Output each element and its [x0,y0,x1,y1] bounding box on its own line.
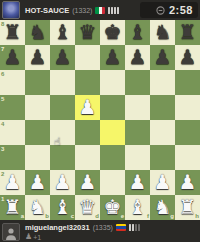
square-e7[interactable]: ♟ [100,45,125,70]
white-pawn[interactable]: ♟ [75,95,100,120]
player-username[interactable]: miguelangel32031 [25,223,90,232]
square-f6[interactable] [125,70,150,95]
black-pawn[interactable]: ♟ [25,45,50,70]
square-e4[interactable] [100,120,125,145]
black-king[interactable]: ♚ [100,20,125,45]
file-label: e [121,213,124,219]
square-b7[interactable]: ♟ [25,45,50,70]
rank-label: 8 [1,21,4,27]
opponent-time: 2:58 [169,4,193,16]
rank-label: 5 [1,96,4,102]
square-d1[interactable]: d♛ [75,195,100,220]
square-d3[interactable] [75,145,100,170]
opponent-avatar[interactable] [2,1,20,19]
square-h3[interactable] [175,145,200,170]
black-knight[interactable]: ♞ [25,20,50,45]
yellow-blue-red-flag-icon [116,224,126,231]
black-bishop[interactable]: ♝ [125,20,150,45]
player-bar: miguelangel32031 (1335) ♟ +1 2:49 [0,220,200,242]
square-d8[interactable]: ♛ [75,20,100,45]
file-label: c [71,213,74,219]
opponent-rating: (1332) [72,7,92,14]
square-e5[interactable] [100,95,125,120]
square-a5[interactable]: 5 [0,95,25,120]
captured-pieces: ♟ +1 [25,233,140,241]
rank-label: 6 [1,71,4,77]
square-g7[interactable]: ♟ [150,45,175,70]
square-e8[interactable]: ♚ [100,20,125,45]
file-label: f [147,213,149,219]
file-label: d [95,213,99,219]
white-pawn[interactable]: ♟ [50,170,75,195]
material-advantage: +1 [33,234,41,241]
square-c8[interactable]: ♝ [50,20,75,45]
file-label: h [195,213,199,219]
square-b4[interactable] [25,120,50,145]
square-e1[interactable]: e♚ [100,195,125,220]
white-pawn[interactable]: ♟ [175,170,200,195]
square-c1[interactable]: c♝ [50,195,75,220]
clock-paused-icon [156,6,165,15]
square-d5[interactable]: ♟ [75,95,100,120]
rank-label: 4 [1,121,4,127]
square-a2[interactable]: 2♟ [0,170,25,195]
rank-label: 2 [1,171,4,177]
square-f5[interactable] [125,95,150,120]
connection-signal-icon [129,224,140,231]
square-g8[interactable]: ♞ [150,20,175,45]
square-d6[interactable] [75,70,100,95]
opponent-clock: 2:58 [140,2,198,18]
square-a3[interactable]: 3 [0,145,25,170]
black-knight[interactable]: ♞ [150,20,175,45]
square-d2[interactable]: ♟ [75,170,100,195]
rank-label: 3 [1,146,4,152]
square-g2[interactable]: ♟ [150,170,175,195]
square-g1[interactable]: g♞ [150,195,175,220]
hand-cursor-icon: ☝ [54,135,61,148]
square-f4[interactable] [125,120,150,145]
square-e6[interactable] [100,70,125,95]
square-h6[interactable] [175,70,200,95]
square-f7[interactable]: ♟ [125,45,150,70]
square-a7[interactable]: 7♟ [0,45,25,70]
white-pawn[interactable]: ♟ [75,170,100,195]
default-avatar-icon [5,227,17,240]
rank-label: 1 [1,196,4,202]
square-d4[interactable] [75,120,100,145]
black-pawn[interactable]: ♟ [50,45,75,70]
square-h8[interactable]: ♜ [175,20,200,45]
square-c2[interactable]: ♟ [50,170,75,195]
square-e3[interactable] [100,145,125,170]
square-h4[interactable] [175,120,200,145]
square-b5[interactable] [25,95,50,120]
square-g3[interactable] [150,145,175,170]
square-f8[interactable]: ♝ [125,20,150,45]
black-pawn[interactable]: ♟ [125,45,150,70]
square-b3[interactable] [25,145,50,170]
square-b6[interactable] [25,70,50,95]
white-pawn[interactable]: ♟ [25,170,50,195]
player-avatar[interactable] [2,223,20,241]
square-a1[interactable]: 1a♜ [0,195,25,220]
connection-signal-icon [108,7,119,14]
square-c5[interactable] [50,95,75,120]
file-label: a [21,213,24,219]
black-pawn[interactable]: ♟ [175,45,200,70]
white-pawn[interactable]: ♟ [125,170,150,195]
square-a8[interactable]: 8♜ [0,20,25,45]
square-g4[interactable] [150,120,175,145]
opponent-username[interactable]: HOT-SAUCE [25,6,69,15]
square-d7[interactable] [75,45,100,70]
square-f3[interactable] [125,145,150,170]
file-label: b [45,213,49,219]
chess-game-screen: HOT-SAUCE (1332) 2:58 8♜♞♝♛♚♝♞♜7♟♟♟♟♟♟♟6… [0,0,200,242]
chess-board[interactable]: 8♜♞♝♛♚♝♞♜7♟♟♟♟♟♟♟65♟432♟♟♟♟♟♟♟1a♜b♞c♝d♛e… [0,20,200,220]
black-pawn[interactable]: ♟ [150,45,175,70]
square-c7[interactable]: ♟ [50,45,75,70]
square-g5[interactable] [150,95,175,120]
square-b1[interactable]: b♞ [25,195,50,220]
opponent-bar: HOT-SAUCE (1332) 2:58 [0,0,200,20]
italy-flag-icon [95,7,105,14]
square-a4[interactable]: 4 [0,120,25,145]
square-h2[interactable]: ♟ [175,170,200,195]
square-b8[interactable]: ♞ [25,20,50,45]
black-queen[interactable]: ♛ [75,20,100,45]
square-h7[interactable]: ♟ [175,45,200,70]
square-g6[interactable] [150,70,175,95]
rank-label: 7 [1,46,4,52]
square-a6[interactable]: 6 [0,70,25,95]
captured-pawn-icon: ♟ [25,233,32,241]
square-c6[interactable] [50,70,75,95]
file-label: g [170,213,174,219]
square-h5[interactable] [175,95,200,120]
square-h1[interactable]: h♜ [175,195,200,220]
square-e2[interactable] [100,170,125,195]
square-f2[interactable]: ♟ [125,170,150,195]
white-pawn[interactable]: ♟ [150,170,175,195]
black-rook[interactable]: ♜ [175,20,200,45]
black-pawn[interactable]: ♟ [100,45,125,70]
square-f1[interactable]: f♝ [125,195,150,220]
black-bishop[interactable]: ♝ [50,20,75,45]
player-rating: (1335) [93,224,113,231]
square-b2[interactable]: ♟ [25,170,50,195]
square-c3[interactable] [50,145,75,170]
